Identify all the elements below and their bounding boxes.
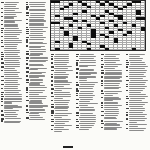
copyright-mark (63, 146, 73, 148)
clue-item (126, 114, 148, 117)
clue-item (26, 90, 48, 91)
clue-item (1, 92, 23, 93)
clue-item (51, 70, 73, 73)
clue-item (51, 54, 73, 55)
clue-item (26, 60, 48, 63)
clue-item (76, 54, 98, 55)
clue-item (51, 92, 73, 95)
clue-item (101, 76, 123, 79)
clue-item (51, 56, 73, 57)
clue-item (51, 100, 73, 103)
clue-item (51, 119, 73, 120)
clue-item (26, 92, 48, 95)
clue-item (76, 60, 98, 61)
clue-item (76, 84, 98, 87)
clue-item (26, 87, 48, 88)
clue-item (26, 57, 48, 58)
clue-item (1, 36, 23, 39)
clue-item (126, 60, 148, 61)
clue-item (51, 76, 73, 79)
clue-item (26, 27, 48, 28)
clue-item (1, 28, 23, 29)
clue-item (1, 12, 23, 15)
clue-item (126, 124, 148, 127)
clue-column-5 (101, 54, 123, 148)
clue-item (126, 64, 148, 65)
clue-item (1, 114, 23, 117)
clue-item (26, 117, 48, 120)
clue-item (1, 8, 23, 11)
clue-item (1, 20, 23, 23)
clue-item (26, 53, 48, 56)
clue-item (26, 4, 48, 5)
clue-item (26, 19, 48, 22)
clue-item (51, 115, 73, 118)
clue-item (51, 84, 73, 87)
clue-item (1, 40, 23, 41)
clue-item (26, 37, 48, 38)
clue-item (51, 96, 73, 99)
clue-item (126, 54, 148, 59)
clue-item (1, 96, 23, 97)
clue-item (26, 100, 48, 105)
clue-item (1, 70, 23, 75)
clue-item (1, 52, 23, 53)
clue-item (51, 106, 73, 109)
clue-item (126, 118, 148, 123)
clue-item (76, 69, 98, 72)
clue-item (1, 101, 23, 104)
clue-item (26, 33, 48, 36)
clue-item (76, 88, 98, 89)
clue-item (1, 54, 23, 55)
clue-item (76, 113, 98, 114)
clue-item (76, 62, 98, 63)
clue-item (101, 64, 123, 65)
clue-item (26, 105, 48, 108)
clue-item (1, 76, 23, 79)
clue-item (1, 105, 23, 110)
clue-item (101, 91, 123, 92)
clue-item (101, 93, 123, 96)
clue-item (26, 112, 48, 117)
clue-item (101, 127, 123, 130)
clue-item (26, 6, 48, 7)
clue-item (101, 107, 123, 110)
clue-item (1, 42, 23, 45)
clue-item (26, 79, 48, 80)
clue-column-2 (26, 2, 48, 148)
clue-item (126, 76, 148, 79)
clue-item (26, 9, 48, 12)
clue-item (101, 105, 123, 106)
clue-column-4 (76, 54, 98, 148)
clue-item (101, 80, 123, 81)
clue-item (1, 118, 23, 119)
clue-item (76, 115, 98, 118)
clue-item (26, 64, 48, 67)
clue-item (126, 80, 148, 83)
clue-item (126, 84, 148, 85)
clue-item (1, 2, 23, 7)
clue-column-6 (126, 54, 148, 148)
clue-item (101, 85, 123, 90)
clue-item (26, 72, 48, 75)
clue-item (26, 23, 48, 26)
clue-item (26, 31, 48, 32)
clue-item (101, 60, 123, 63)
clue-item (101, 102, 123, 103)
clue-item (76, 93, 98, 94)
clue-item (76, 103, 98, 106)
clue-item (1, 16, 23, 19)
clue-item (26, 29, 48, 30)
clue-item (26, 46, 48, 51)
clue-item (126, 128, 148, 131)
clue-item (76, 65, 98, 68)
clue-item (76, 95, 98, 98)
clue-item (1, 94, 23, 95)
clue-item (51, 88, 73, 91)
clue-item (1, 88, 23, 91)
clue-item (1, 46, 23, 51)
crossword-grid[interactable] (50, 0, 146, 51)
clue-item (126, 104, 148, 107)
clue-item (101, 58, 123, 59)
clue-item (101, 54, 123, 57)
clue-item (76, 56, 98, 59)
clue-item (76, 99, 98, 102)
clue-item (1, 66, 23, 69)
clue-item (1, 30, 23, 31)
clue-item (1, 80, 23, 83)
clue-item (101, 97, 123, 102)
clue-item (1, 98, 23, 99)
clue-column-3 (51, 54, 73, 148)
clue-item (51, 74, 73, 75)
clue-item (51, 113, 73, 114)
clue-item (101, 72, 123, 75)
clue-item (26, 2, 48, 3)
clue-item (51, 66, 73, 69)
clue-item (76, 91, 98, 92)
clue-item (51, 62, 73, 65)
clue-item (126, 102, 148, 103)
clue-item (76, 76, 98, 81)
clue-item (101, 66, 123, 69)
clue-item (101, 70, 123, 71)
clue-item (26, 68, 48, 71)
clue-item (26, 39, 48, 40)
clue-item (76, 125, 98, 126)
clue-item (126, 90, 148, 95)
clue-item (26, 96, 48, 99)
clue-item (1, 32, 23, 35)
clue-item (51, 125, 73, 128)
grid-cell[interactable] (141, 48, 145, 50)
clue-item (26, 51, 48, 52)
clue-item (76, 107, 98, 112)
clue-item (101, 121, 123, 122)
clue-item (76, 127, 98, 130)
clue-item (26, 109, 48, 110)
clue-item (51, 110, 73, 111)
clue-item (126, 108, 148, 111)
clue-item (126, 66, 148, 69)
clue-item (51, 121, 73, 124)
clue-item (101, 111, 123, 114)
clue-item (51, 129, 73, 132)
clue-item (26, 82, 48, 87)
clue-item (1, 56, 23, 57)
clue-item (126, 96, 148, 97)
clue-item (126, 98, 148, 101)
clue-item (76, 121, 98, 124)
clue-item (126, 70, 148, 75)
clue-item (126, 112, 148, 113)
clue-item (26, 42, 48, 45)
clue-item (101, 83, 123, 84)
clue-item (1, 84, 23, 87)
clue-item (76, 119, 98, 120)
clue-item (1, 62, 23, 65)
clue-item (1, 121, 23, 124)
clue-item (1, 24, 23, 27)
clue-item (76, 82, 98, 83)
clue-item (51, 104, 73, 105)
clue-item (51, 80, 73, 83)
clue-item (1, 110, 23, 113)
clue-item (76, 72, 98, 75)
clue-item (1, 58, 23, 61)
clue-item (126, 62, 148, 63)
clue-item (26, 13, 48, 14)
clue-item (51, 58, 73, 61)
clue-item (126, 86, 148, 89)
clue-item (26, 15, 48, 18)
clue-item (26, 75, 48, 78)
clue-item (101, 115, 123, 120)
clue-item (101, 123, 123, 126)
clue-column-1 (1, 2, 23, 148)
newspaper-page (0, 0, 150, 150)
